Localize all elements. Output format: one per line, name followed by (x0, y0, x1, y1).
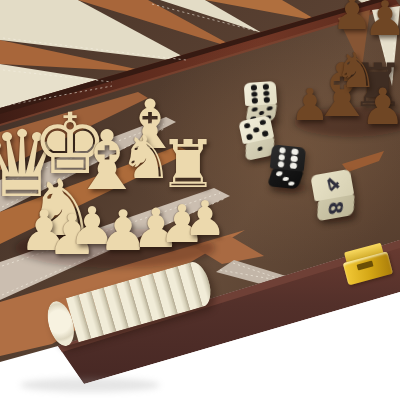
pip (251, 91, 257, 97)
pip (262, 130, 269, 137)
pip (291, 149, 298, 155)
pip (279, 148, 286, 154)
die-face-3 (267, 169, 304, 189)
pip (262, 84, 268, 90)
pip (281, 177, 288, 182)
pip (288, 182, 295, 187)
pip (258, 111, 264, 115)
pip (263, 97, 269, 103)
pip (275, 172, 282, 177)
chess-piece-light-pawn[interactable]: ♟ (183, 194, 226, 242)
die-black-3[interactable] (268, 144, 306, 189)
pip (253, 126, 260, 133)
pip (259, 119, 266, 126)
pip (251, 85, 257, 91)
doubling-cube-front-value: 8 (324, 199, 347, 216)
pip (278, 161, 285, 167)
pip (257, 147, 263, 152)
pip (244, 122, 251, 129)
pip (290, 156, 297, 162)
chess-piece-dark-pawn[interactable]: ♟ (363, 0, 400, 42)
chess-piece-dark-pawn[interactable]: ♟ (290, 83, 329, 127)
chess-piece-light-rook[interactable]: ♜ (158, 132, 217, 198)
pip (251, 108, 257, 112)
pip (263, 90, 269, 96)
doubling-cube[interactable]: 4 8 (310, 169, 357, 221)
pip (252, 97, 258, 103)
pip (266, 107, 272, 111)
pip (290, 162, 297, 168)
doubling-cube-top-value: 4 (320, 173, 344, 196)
case-drop-shadow (20, 378, 160, 392)
photo-backgammon-case: 4 8 ♛♚♝♝♞♞♜♟♟♟♟♟♟♟♟♟♝♜♞♟♟ (0, 0, 400, 400)
chess-piece-dark-pawn[interactable]: ♟ (361, 82, 400, 132)
pip (246, 134, 253, 141)
pip (278, 154, 285, 160)
die-face-6 (244, 81, 278, 106)
